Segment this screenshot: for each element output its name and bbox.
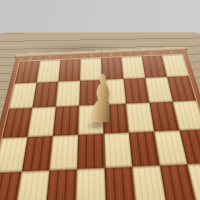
square-c4[interactable] [45, 169, 77, 200]
square-b6[interactable] [28, 107, 56, 137]
square-b5[interactable] [22, 136, 53, 172]
square-c5[interactable] [49, 135, 78, 171]
white-pawn-d6[interactable]: ♟ [85, 67, 109, 133]
square-b8[interactable] [37, 60, 61, 83]
square-c6[interactable] [53, 106, 79, 136]
square-c7[interactable] [56, 81, 80, 107]
chess-board-photo: abcdefgh ········ ········ ♟ [0, 0, 200, 200]
square-b7[interactable] [32, 82, 58, 108]
square-b4[interactable] [15, 170, 49, 200]
square-d4[interactable] [76, 168, 106, 200]
square-d5[interactable] [77, 134, 105, 169]
square-c8[interactable] [58, 59, 80, 82]
square-e4[interactable] [105, 167, 137, 200]
